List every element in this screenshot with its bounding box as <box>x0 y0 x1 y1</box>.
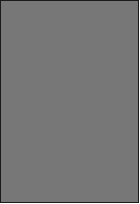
codeword-puzzle <box>0 0 140 204</box>
board-grid <box>0 0 139 203</box>
